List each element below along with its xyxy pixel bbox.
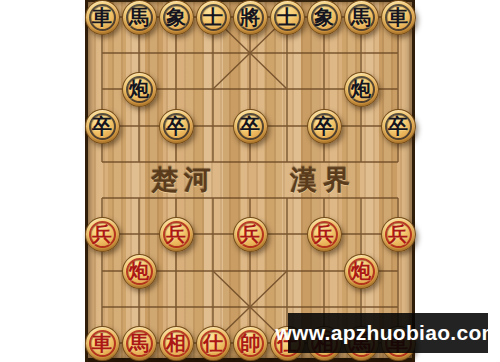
piece-character: 仕 [203,333,223,353]
piece-black-soldier[interactable]: 卒 [159,109,194,144]
river-label-han-jie: 漢界 [290,162,356,198]
piece-character: 炮 [129,261,149,281]
piece-character: 相 [166,333,186,353]
piece-character: 士 [277,7,297,27]
piece-red-elephant[interactable]: 相 [159,326,194,361]
piece-black-soldier[interactable]: 卒 [233,109,268,144]
piece-black-advisor[interactable]: 士 [270,0,305,35]
piece-character: 車 [92,7,112,27]
piece-black-soldier[interactable]: 卒 [85,109,120,144]
piece-black-cannon[interactable]: 炮 [122,72,157,107]
piece-character: 兵 [166,224,186,244]
river-label-chu-he: 楚河 [151,162,217,198]
piece-character: 兵 [92,224,112,244]
piece-red-soldier[interactable]: 兵 [85,217,120,252]
piece-red-soldier[interactable]: 兵 [381,217,416,252]
page: 楚河 漢界 車馬象士將士象馬車炮炮卒卒卒卒卒兵兵兵兵兵炮炮車馬相仕帥仕相馬車 w… [0,0,500,362]
piece-red-cannon[interactable]: 炮 [122,254,157,289]
piece-character: 士 [203,7,223,27]
piece-character: 卒 [388,116,408,136]
piece-red-general[interactable]: 帥 [233,326,268,361]
piece-character: 帥 [240,333,260,353]
piece-character: 兵 [388,224,408,244]
piece-black-elephant[interactable]: 象 [159,0,194,35]
piece-black-soldier[interactable]: 卒 [307,109,342,144]
piece-red-soldier[interactable]: 兵 [233,217,268,252]
piece-character: 卒 [166,116,186,136]
piece-character: 車 [92,333,112,353]
piece-character: 卒 [92,116,112,136]
piece-character: 象 [166,7,186,27]
piece-red-soldier[interactable]: 兵 [307,217,342,252]
watermark-bar: www.apzhuobiao.com [288,313,488,353]
piece-black-cannon[interactable]: 炮 [344,72,379,107]
piece-black-elephant[interactable]: 象 [307,0,342,35]
piece-character: 兵 [240,224,260,244]
piece-character: 象 [314,7,334,27]
piece-character: 馬 [129,7,149,27]
piece-character: 炮 [351,79,371,99]
piece-black-soldier[interactable]: 卒 [381,109,416,144]
piece-character: 炮 [129,79,149,99]
piece-red-cannon[interactable]: 炮 [344,254,379,289]
piece-red-chariot[interactable]: 車 [85,326,120,361]
board-grid-lines [85,0,415,362]
piece-red-horse[interactable]: 馬 [122,326,157,361]
piece-black-horse[interactable]: 馬 [122,0,157,35]
piece-character: 炮 [351,261,371,281]
piece-black-general[interactable]: 將 [233,0,268,35]
piece-character: 將 [240,7,260,27]
watermark-text: www.apzhuobiao.com [275,321,500,345]
piece-black-chariot[interactable]: 車 [381,0,416,35]
piece-character: 卒 [240,116,260,136]
piece-black-horse[interactable]: 馬 [344,0,379,35]
piece-character: 馬 [129,333,149,353]
piece-black-advisor[interactable]: 士 [196,0,231,35]
piece-red-advisor[interactable]: 仕 [196,326,231,361]
piece-character: 卒 [314,116,334,136]
piece-character: 車 [388,7,408,27]
piece-character: 馬 [351,7,371,27]
piece-red-soldier[interactable]: 兵 [159,217,194,252]
xiangqi-board: 楚河 漢界 車馬象士將士象馬車炮炮卒卒卒卒卒兵兵兵兵兵炮炮車馬相仕帥仕相馬車 [85,0,415,362]
piece-character: 兵 [314,224,334,244]
piece-black-chariot[interactable]: 車 [85,0,120,35]
